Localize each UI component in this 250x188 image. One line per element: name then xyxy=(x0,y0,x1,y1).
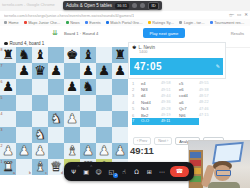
rank-coordinate: 5 xyxy=(1,96,3,100)
pill-mic-icon[interactable] xyxy=(132,3,137,8)
square-g8[interactable] xyxy=(96,47,112,63)
rank-coordinate: 1 xyxy=(1,160,3,164)
square-d6[interactable] xyxy=(48,79,64,95)
favicon xyxy=(106,21,109,24)
square-b6[interactable] xyxy=(16,79,32,95)
window-title: tornelo.com - Google Chrome xyxy=(2,2,55,7)
black-clock: 47:05 ✎ xyxy=(130,58,223,75)
square-h8[interactable]: ♜ xyxy=(112,47,128,63)
black-pawn-g7[interactable]: ♟ xyxy=(96,63,112,79)
site-logo-icon: ⇊ xyxy=(52,29,58,37)
square-b7[interactable]: ♟ xyxy=(16,63,32,79)
chess-board[interactable]: 8♜♞♝♚♝♜7♟♛♟♟♟♟6♟♟♞54♞♟3♞2♟♟♟♝♟♟♟1a♜bc♝d♛… xyxy=(0,47,128,175)
rank-coordinate: 7 xyxy=(1,64,3,68)
square-f4[interactable] xyxy=(80,111,96,127)
square-h5[interactable] xyxy=(112,95,128,111)
square-c2[interactable]: ♟ xyxy=(32,143,48,159)
file-coordinate: d xyxy=(61,171,63,175)
black-bishop-f8[interactable]: ♝ xyxy=(80,47,96,63)
square-h2[interactable]: ♟ xyxy=(112,143,128,159)
square-a2[interactable]: 2♟ xyxy=(0,143,16,159)
square-c7[interactable]: ♛ xyxy=(32,63,48,79)
webcam-thumbnail[interactable] xyxy=(188,140,250,188)
favicon xyxy=(210,21,213,24)
raise-hand-icon[interactable]: ☝ xyxy=(120,168,129,175)
present-icon[interactable]: ◱2 xyxy=(107,168,116,175)
apps-icon[interactable]: ⊞ xyxy=(145,168,154,175)
white-knight-c3[interactable]: ♞ xyxy=(32,127,48,143)
black-knight-f6[interactable]: ♞ xyxy=(80,79,96,95)
people-icon[interactable]: Ω xyxy=(132,168,141,175)
favicon xyxy=(179,21,182,24)
square-c8[interactable]: ♝ xyxy=(32,47,48,63)
black-pawn-h7[interactable]: ♟ xyxy=(112,63,128,79)
rank-coordinate: 4 xyxy=(1,112,3,116)
black-pawn-e6[interactable]: ♟ xyxy=(64,79,80,95)
square-a4[interactable]: 4 xyxy=(0,111,16,127)
white-pawn-b2[interactable]: ♟ xyxy=(16,143,32,159)
square-a3[interactable]: 3 xyxy=(0,127,16,143)
square-b8[interactable]: ♞ xyxy=(16,47,32,63)
white-clock-time: 49:11 xyxy=(130,145,154,156)
black-bishop-c8[interactable]: ♝ xyxy=(32,47,48,63)
bookmark-item[interactable]: Home xyxy=(4,21,19,25)
square-h3[interactable] xyxy=(112,127,128,143)
end-call-button[interactable]: ☎ xyxy=(170,166,189,177)
square-c5[interactable] xyxy=(32,95,48,111)
rank-coordinate: 2 xyxy=(1,144,3,148)
rank-coordinate: 8 xyxy=(1,48,3,52)
square-f2[interactable]: ♟ xyxy=(80,143,96,159)
black-piece-icon: ♚ xyxy=(132,45,136,50)
square-e4[interactable]: ♟ xyxy=(64,111,80,127)
square-b3[interactable] xyxy=(16,127,32,143)
square-c4[interactable] xyxy=(32,111,48,127)
mic-icon[interactable]: Ψ^ xyxy=(69,168,78,175)
black-queen-c7[interactable]: ♛ xyxy=(32,63,48,79)
call-control-bar[interactable]: Ψ^▣^☺◱2☝Ω⊞⋯☎ xyxy=(64,162,194,181)
round-text: Round 4, board 1 xyxy=(10,41,45,46)
white-pawn-f2[interactable]: ♟ xyxy=(80,143,96,159)
bookmark-item[interactable]: Ratings Sy… xyxy=(148,21,175,25)
play-next-button[interactable]: Play next game xyxy=(143,28,185,38)
move-list[interactable]: 1e449:58c549:552Nf349:51e649:383d449:44c… xyxy=(128,80,224,125)
rank-coordinate: 6 xyxy=(1,80,3,84)
favicon xyxy=(148,21,151,24)
square-e2[interactable]: ♝ xyxy=(64,143,80,159)
square-d8[interactable] xyxy=(48,47,64,63)
square-a1[interactable]: 1a♜ xyxy=(0,159,16,175)
meeting-timer-badge: 36:31 xyxy=(115,3,129,9)
square-f8[interactable]: ♝ xyxy=(80,47,96,63)
square-f3[interactable] xyxy=(80,127,96,143)
black-pawn-b7[interactable]: ♟ xyxy=(16,63,32,79)
white-pawn-e4[interactable]: ♟ xyxy=(64,111,80,127)
meeting-floating-bar[interactable]: Adults & Open 5 tables 36:31 ID xyxy=(63,1,162,10)
square-d5[interactable] xyxy=(48,95,64,111)
person-shoulder xyxy=(208,182,240,188)
black-clock-time: 47:05 xyxy=(130,61,162,72)
white-pawn-c2[interactable]: ♟ xyxy=(32,143,48,159)
results-link[interactable]: Results xyxy=(231,31,244,36)
camera-icon[interactable]: ▣^ xyxy=(82,168,91,175)
favicon xyxy=(85,21,88,24)
square-d2[interactable] xyxy=(48,143,64,159)
file-coordinate: b xyxy=(29,171,31,175)
bookmark-item[interactable]: News xyxy=(66,21,80,25)
square-a7[interactable]: 7 xyxy=(0,63,16,79)
bookmark-item[interactable]: Maps Junior Che… xyxy=(24,21,61,25)
square-d1[interactable]: d♛ xyxy=(48,159,64,175)
square-g2[interactable]: ♟ xyxy=(96,143,112,159)
square-g7[interactable]: ♟ xyxy=(96,63,112,79)
square-e5[interactable] xyxy=(64,95,80,111)
square-c6[interactable] xyxy=(32,79,48,95)
square-d3[interactable] xyxy=(48,127,64,143)
square-h6[interactable] xyxy=(112,79,128,95)
screen: tornelo.com - Google Chrome Adults & Ope… xyxy=(0,0,250,188)
clock-edit-icon[interactable]: ✎ xyxy=(216,63,220,69)
player-clock-card: ♚ L. Nevin 1400 47:05 ✎ xyxy=(128,42,226,79)
meeting-title: Adults & Open 5 tables xyxy=(66,3,112,8)
control-next[interactable]: Next › xyxy=(154,137,172,145)
square-d7[interactable]: ♟ xyxy=(48,63,64,79)
black-pawn-f7[interactable]: ♟ xyxy=(80,63,96,79)
square-d4[interactable]: ♞ xyxy=(48,111,64,127)
rank-coordinate: 3 xyxy=(1,128,3,132)
square-b1[interactable]: b xyxy=(16,159,32,175)
square-e6[interactable]: ♟ xyxy=(64,79,80,95)
bookmark-item[interactable]: Tournament res… xyxy=(210,21,245,25)
black-knight-b8[interactable]: ♞ xyxy=(16,47,32,63)
pill-cam-icon[interactable] xyxy=(140,3,145,8)
white-pawn-g2[interactable]: ♟ xyxy=(96,143,112,159)
square-g6[interactable] xyxy=(96,79,112,95)
square-g4[interactable] xyxy=(96,111,112,127)
window-controls[interactable]: —▭✕ xyxy=(229,12,248,17)
square-f7[interactable]: ♟ xyxy=(80,63,96,79)
square-c1[interactable]: c♝ xyxy=(32,159,48,175)
black-rook-h8[interactable]: ♜ xyxy=(112,47,128,63)
square-b4[interactable] xyxy=(16,111,32,127)
url-text[interactable]: tornelo.com/chess/orgs/junior-chess/even… xyxy=(4,13,134,18)
black-king-e8[interactable]: ♚ xyxy=(64,47,80,63)
white-pawn-h2[interactable]: ♟ xyxy=(112,143,128,159)
white-knight-d4[interactable]: ♞ xyxy=(48,111,64,127)
black-player-detail: 1400 xyxy=(129,50,225,54)
bookmark-item[interactable]: Events xyxy=(85,21,101,25)
board-title: Board 1 · Round 4 xyxy=(64,31,98,36)
square-e8[interactable]: ♚ xyxy=(64,47,80,63)
square-c3[interactable]: ♞ xyxy=(32,127,48,143)
round-dot-icon xyxy=(4,42,8,46)
file-coordinate: a xyxy=(13,171,15,175)
white-bishop-e2[interactable]: ♝ xyxy=(64,143,80,159)
square-g3[interactable] xyxy=(96,127,112,143)
count-badge: 2 xyxy=(113,173,118,178)
bookmark-item[interactable]: Match Portal Gro… xyxy=(106,21,143,25)
reactions-icon[interactable]: ☺ xyxy=(94,168,103,175)
favicon xyxy=(4,21,7,24)
square-a8[interactable]: 8♜ xyxy=(0,47,16,63)
black-player-row: ♚ L. Nevin xyxy=(129,43,225,50)
bookmark-item[interactable]: Login - tor… xyxy=(179,21,204,25)
favicon xyxy=(24,21,27,24)
square-b2[interactable]: ♟ xyxy=(16,143,32,159)
square-e7[interactable] xyxy=(64,63,80,79)
page-header: ⇊ Board 1 · Round 4 Play next game Resul… xyxy=(0,26,250,40)
person-glasses xyxy=(216,170,231,176)
square-e3[interactable] xyxy=(64,127,80,143)
favicon xyxy=(66,21,69,24)
square-b5[interactable] xyxy=(16,95,32,111)
black-pawn-d7[interactable]: ♟ xyxy=(48,63,64,79)
square-h7[interactable]: ♟ xyxy=(112,63,128,79)
file-coordinate: c xyxy=(45,171,47,175)
square-f5[interactable] xyxy=(80,95,96,111)
square-a6[interactable]: 6♟ xyxy=(0,79,16,95)
square-g5[interactable] xyxy=(96,95,112,111)
move-row[interactable]: 7O-O49:11 xyxy=(128,118,224,124)
square-f6[interactable]: ♞ xyxy=(80,79,96,95)
more-icon[interactable]: ⋯ xyxy=(157,168,166,175)
square-h4[interactable] xyxy=(112,111,128,127)
control-prev[interactable]: ‹ Prev xyxy=(133,137,151,145)
square-a5[interactable]: 5 xyxy=(0,95,16,111)
meeting-id-button[interactable]: ID xyxy=(148,2,159,10)
